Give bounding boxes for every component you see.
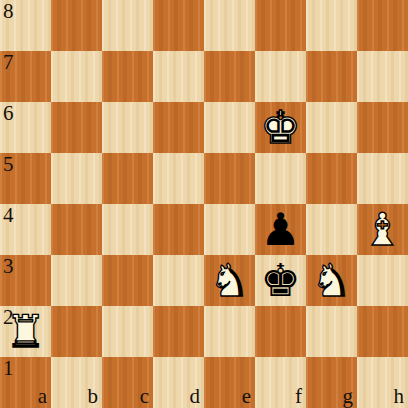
rank-label-6: 6	[3, 103, 14, 124]
square-a8[interactable]: 8	[0, 0, 51, 51]
square-c1[interactable]: c	[102, 357, 153, 408]
square-g5[interactable]	[306, 153, 357, 204]
file-label-a: a	[38, 386, 47, 407]
square-h7[interactable]	[357, 51, 408, 102]
rank-label-4: 4	[3, 205, 14, 226]
square-b1[interactable]: b	[51, 357, 102, 408]
white-bishop[interactable]: ♝	[357, 204, 408, 255]
square-e7[interactable]	[204, 51, 255, 102]
square-e5[interactable]	[204, 153, 255, 204]
square-c7[interactable]	[102, 51, 153, 102]
square-d5[interactable]	[153, 153, 204, 204]
square-h4[interactable]: ♝	[357, 204, 408, 255]
square-a3[interactable]: 3	[0, 255, 51, 306]
file-label-h: h	[394, 386, 405, 407]
rank-label-7: 7	[3, 52, 14, 73]
square-h3[interactable]	[357, 255, 408, 306]
square-h8[interactable]	[357, 0, 408, 51]
square-h6[interactable]	[357, 102, 408, 153]
square-b7[interactable]	[51, 51, 102, 102]
square-h5[interactable]	[357, 153, 408, 204]
file-label-g: g	[343, 386, 354, 407]
square-e1[interactable]: e	[204, 357, 255, 408]
square-f5[interactable]	[255, 153, 306, 204]
square-a4[interactable]: 4	[0, 204, 51, 255]
square-d2[interactable]	[153, 306, 204, 357]
file-label-c: c	[140, 386, 149, 407]
square-d3[interactable]	[153, 255, 204, 306]
square-c5[interactable]	[102, 153, 153, 204]
square-f7[interactable]	[255, 51, 306, 102]
white-king[interactable]: ♚	[255, 102, 306, 153]
square-g1[interactable]: g	[306, 357, 357, 408]
black-pawn[interactable]: ♟	[255, 204, 306, 255]
square-c8[interactable]	[102, 0, 153, 51]
square-g6[interactable]	[306, 102, 357, 153]
square-e2[interactable]	[204, 306, 255, 357]
square-c3[interactable]	[102, 255, 153, 306]
square-e3[interactable]: ♞	[204, 255, 255, 306]
file-label-e: e	[242, 386, 251, 407]
square-a6[interactable]: 6	[0, 102, 51, 153]
square-g4[interactable]	[306, 204, 357, 255]
square-f8[interactable]	[255, 0, 306, 51]
square-a7[interactable]: 7	[0, 51, 51, 102]
white-knight[interactable]: ♞	[306, 255, 357, 306]
square-h2[interactable]	[357, 306, 408, 357]
black-king[interactable]: ♚	[255, 255, 306, 306]
square-c4[interactable]	[102, 204, 153, 255]
rank-label-3: 3	[3, 256, 14, 277]
square-b8[interactable]	[51, 0, 102, 51]
square-d4[interactable]	[153, 204, 204, 255]
chess-board: 876♚54♟♝3♞♚♞2♜1abcdefgh	[0, 0, 408, 408]
square-d1[interactable]: d	[153, 357, 204, 408]
square-f1[interactable]: f	[255, 357, 306, 408]
square-c6[interactable]	[102, 102, 153, 153]
square-d7[interactable]	[153, 51, 204, 102]
square-b4[interactable]	[51, 204, 102, 255]
square-d8[interactable]	[153, 0, 204, 51]
square-b5[interactable]	[51, 153, 102, 204]
square-b2[interactable]	[51, 306, 102, 357]
file-label-b: b	[88, 386, 99, 407]
square-a2[interactable]: 2♜	[0, 306, 51, 357]
square-f3[interactable]: ♚	[255, 255, 306, 306]
square-a1[interactable]: 1a	[0, 357, 51, 408]
square-g8[interactable]	[306, 0, 357, 51]
file-label-d: d	[190, 386, 201, 407]
square-g7[interactable]	[306, 51, 357, 102]
square-g2[interactable]	[306, 306, 357, 357]
square-h1[interactable]: h	[357, 357, 408, 408]
white-knight[interactable]: ♞	[204, 255, 255, 306]
square-b6[interactable]	[51, 102, 102, 153]
rank-label-5: 5	[3, 154, 14, 175]
rank-label-1: 1	[3, 358, 14, 379]
square-f6[interactable]: ♚	[255, 102, 306, 153]
rank-label-8: 8	[3, 1, 14, 22]
white-rook[interactable]: ♜	[0, 306, 51, 357]
square-c2[interactable]	[102, 306, 153, 357]
square-b3[interactable]	[51, 255, 102, 306]
square-d6[interactable]	[153, 102, 204, 153]
square-e4[interactable]	[204, 204, 255, 255]
square-e8[interactable]	[204, 0, 255, 51]
file-label-f: f	[295, 386, 302, 407]
square-a5[interactable]: 5	[0, 153, 51, 204]
square-g3[interactable]: ♞	[306, 255, 357, 306]
square-f2[interactable]	[255, 306, 306, 357]
square-e6[interactable]	[204, 102, 255, 153]
square-f4[interactable]: ♟	[255, 204, 306, 255]
